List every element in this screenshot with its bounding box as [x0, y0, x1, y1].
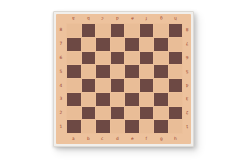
file-label-bottom-f: f [141, 135, 152, 142]
rank-label-left-8: 8 [57, 25, 64, 35]
square-e2 [125, 107, 139, 120]
square-d3 [111, 93, 125, 106]
square-h5 [169, 65, 183, 78]
square-e5 [125, 65, 139, 78]
square-c2 [96, 107, 110, 120]
square-c8 [96, 24, 110, 37]
rank-labels-right: 87654321 [183, 23, 191, 134]
square-f1 [140, 120, 154, 133]
square-h4 [169, 79, 183, 92]
square-g4 [154, 79, 168, 92]
file-label-top-a: a [68, 15, 79, 21]
square-b1 [82, 120, 96, 133]
square-f6 [140, 52, 154, 65]
square-d6 [111, 52, 125, 65]
square-d7 [111, 38, 125, 51]
square-h2 [169, 107, 183, 120]
file-labels-top: abcdefgh [66, 14, 183, 23]
rank-label-left-5: 5 [57, 67, 64, 77]
square-b4 [82, 79, 96, 92]
square-b7 [82, 38, 96, 51]
file-label-bottom-b: b [83, 135, 94, 142]
rank-label-right-2: 2 [184, 108, 190, 118]
square-h1 [169, 120, 183, 133]
square-b5 [82, 65, 96, 78]
square-e4 [125, 79, 139, 92]
rank-label-left-2: 2 [57, 108, 64, 118]
square-c6 [96, 52, 110, 65]
board-wood-border: abcdefgh abcdefgh 87654321 87654321 [56, 14, 191, 144]
rank-label-right-6: 6 [184, 53, 190, 63]
file-label-top-d: d [112, 15, 123, 21]
file-label-bottom-d: d [112, 135, 123, 142]
square-d5 [111, 65, 125, 78]
square-g1 [154, 120, 168, 133]
rank-labels-left: 87654321 [56, 23, 66, 134]
file-label-top-c: c [97, 15, 108, 21]
square-b3 [82, 93, 96, 106]
square-a2 [67, 107, 81, 120]
square-a7 [67, 38, 81, 51]
square-a6 [67, 52, 81, 65]
photo-background: abcdefgh abcdefgh 87654321 87654321 [0, 0, 249, 165]
square-g2 [154, 107, 168, 120]
file-label-top-b: b [83, 15, 94, 21]
rank-label-left-7: 7 [57, 39, 64, 49]
file-label-bottom-g: g [156, 135, 167, 142]
square-g3 [154, 93, 168, 106]
rank-label-right-1: 1 [184, 122, 190, 132]
square-h7 [169, 38, 183, 51]
square-g5 [154, 65, 168, 78]
square-h6 [169, 52, 183, 65]
square-c1 [96, 120, 110, 133]
square-a1 [67, 120, 81, 133]
square-d4 [111, 79, 125, 92]
square-f5 [140, 65, 154, 78]
file-label-bottom-h: h [170, 135, 181, 142]
square-e1 [125, 120, 139, 133]
rank-label-right-8: 8 [184, 25, 190, 35]
rank-label-left-1: 1 [57, 122, 64, 132]
file-label-top-e: e [127, 15, 138, 21]
square-b6 [82, 52, 96, 65]
rank-label-left-6: 6 [57, 53, 64, 63]
square-d2 [111, 107, 125, 120]
page-background: { "game": "chess", "position": "8/8/8/8/… [0, 0, 249, 165]
square-f4 [140, 79, 154, 92]
file-label-top-g: g [156, 15, 167, 21]
file-label-bottom-e: e [127, 135, 138, 142]
square-f3 [140, 93, 154, 106]
square-f2 [140, 107, 154, 120]
rank-label-right-5: 5 [184, 67, 190, 77]
square-a3 [67, 93, 81, 106]
square-h8 [169, 24, 183, 37]
square-c3 [96, 93, 110, 106]
square-h3 [169, 93, 183, 106]
file-label-top-f: f [141, 15, 152, 21]
square-a4 [67, 79, 81, 92]
square-d1 [111, 120, 125, 133]
square-e7 [125, 38, 139, 51]
square-a5 [67, 65, 81, 78]
square-c4 [96, 79, 110, 92]
chess-board: abcdefgh abcdefgh 87654321 87654321 [53, 11, 194, 147]
square-c7 [96, 38, 110, 51]
square-d8 [111, 24, 125, 37]
square-f8 [140, 24, 154, 37]
file-labels-bottom: abcdefgh [66, 134, 183, 144]
square-b8 [82, 24, 96, 37]
square-g7 [154, 38, 168, 51]
square-f7 [140, 38, 154, 51]
rank-label-right-4: 4 [184, 80, 190, 90]
file-label-top-h: h [170, 15, 181, 21]
square-b2 [82, 107, 96, 120]
file-label-bottom-c: c [97, 135, 108, 142]
rank-label-right-7: 7 [184, 39, 190, 49]
rank-label-left-3: 3 [57, 94, 64, 104]
square-e3 [125, 93, 139, 106]
square-e6 [125, 52, 139, 65]
square-e8 [125, 24, 139, 37]
rank-label-left-4: 4 [57, 80, 64, 90]
square-g6 [154, 52, 168, 65]
square-c5 [96, 65, 110, 78]
board-grid [66, 23, 183, 134]
square-g8 [154, 24, 168, 37]
rank-label-right-3: 3 [184, 94, 190, 104]
square-a8 [67, 24, 81, 37]
file-label-bottom-a: a [68, 135, 79, 142]
